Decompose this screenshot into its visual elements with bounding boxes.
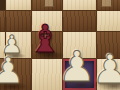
square-r1c1[interactable]: [6, 0, 31, 10]
square-r2c1[interactable]: [6, 11, 31, 31]
square-r3c0[interactable]: [0, 32, 5, 58]
square-r2c4[interactable]: [97, 11, 120, 31]
square-r4c0[interactable]: [0, 59, 5, 90]
square-r3c2[interactable]: [32, 32, 62, 58]
square-r1c4[interactable]: [97, 0, 120, 10]
square-r2c3[interactable]: [63, 11, 96, 31]
square-r2c0[interactable]: [0, 11, 5, 31]
square-r2c2[interactable]: [32, 11, 62, 31]
square-r4c2[interactable]: [32, 59, 62, 90]
square-r3c4[interactable]: [97, 32, 120, 58]
square-r4c4[interactable]: [97, 59, 120, 90]
square-r1c2[interactable]: [32, 0, 62, 10]
square-r4c1[interactable]: [6, 59, 31, 90]
square-selected-highlight[interactable]: [63, 59, 96, 90]
square-r3c1[interactable]: [6, 32, 31, 58]
square-r3c3[interactable]: [63, 32, 96, 58]
square-r1c0[interactable]: [0, 0, 5, 10]
chess-board: [0, 0, 120, 90]
chess-3d-view: ♟♝♟♟♟: [0, 0, 120, 90]
square-r1c3[interactable]: [63, 0, 96, 10]
